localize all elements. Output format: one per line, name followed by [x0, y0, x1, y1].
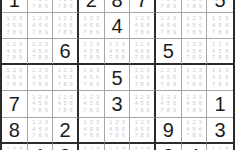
candidate-marks: 123456789 [130, 118, 154, 142]
candidate-digit: 7 [7, 30, 10, 36]
candidate-digit: 6 [96, 101, 99, 107]
candidate-digit: 9 [70, 82, 73, 88]
cell-r7c3-given: 3 [53, 144, 79, 150]
candidate-marks: 123456789 [207, 144, 233, 150]
candidate-digit: 3 [225, 42, 228, 48]
candidate-digit: 3 [147, 147, 150, 150]
cell-r6c5-empty: 123456789 [105, 118, 131, 144]
candidate-digit: 6 [45, 101, 48, 107]
sudoku-screenshot: 1123456789123456789287123456789123456789… [0, 0, 235, 150]
cell-r2c8-empty: 123456789 [182, 13, 208, 39]
candidate-digit: 4 [58, 0, 61, 2]
candidate-digit: 7 [32, 4, 35, 10]
cell-r5c4-empty: 123456789 [79, 91, 105, 117]
candidate-digit: 8 [38, 55, 41, 61]
candidate-digit: 4 [7, 23, 10, 29]
candidate-digit: 8 [192, 82, 195, 88]
candidate-digit: 7 [161, 4, 164, 10]
cell-r4c4-empty: 123456789 [79, 65, 105, 91]
cell-r4c5-given: 5 [105, 65, 131, 91]
candidate-marks: 123456789 [28, 13, 53, 38]
candidate-digit: 7 [186, 30, 189, 36]
cell-r5c8-empty: 123456789 [182, 91, 208, 117]
candidate-digit: 2 [64, 68, 67, 74]
candidate-digit: 8 [141, 108, 144, 114]
cell-r2c6-empty: 123456789 [130, 13, 156, 39]
cell-r6c3-given: 2 [53, 118, 79, 144]
candidate-digit: 2 [141, 68, 144, 74]
candidate-digit: 9 [45, 4, 48, 10]
candidate-digit: 1 [161, 16, 164, 22]
candidate-digit: 9 [147, 108, 150, 114]
candidate-digit: 3 [199, 16, 202, 22]
candidate-digit: 8 [90, 133, 93, 139]
candidate-digit: 2 [219, 42, 222, 48]
candidate-digit: 3 [173, 95, 176, 101]
candidate-digit: 6 [147, 101, 150, 107]
candidate-digit: 5 [167, 23, 170, 29]
candidate-marks: 123456789 [130, 13, 154, 38]
candidate-digit: 9 [96, 82, 99, 88]
cell-r6c1-given: 8 [2, 118, 28, 144]
candidate-digit: 3 [45, 42, 48, 48]
candidate-digit: 2 [192, 16, 195, 22]
cell-r4c8-empty: 123456789 [182, 65, 208, 91]
cell-r3c2-empty: 123456789 [28, 39, 54, 65]
candidate-digit: 2 [13, 16, 16, 22]
candidate-digit: 9 [96, 30, 99, 36]
candidate-digit: 4 [58, 23, 61, 29]
candidate-digit: 1 [32, 95, 35, 101]
candidate-digit: 7 [84, 82, 87, 88]
cell-r7c7-given: 8 [156, 144, 182, 150]
candidate-digit: 5 [192, 0, 195, 2]
candidate-digit: 8 [115, 133, 118, 139]
candidate-digit: 7 [135, 82, 138, 88]
candidate-digit: 9 [147, 55, 150, 61]
candidate-marks: 123456789 [105, 118, 130, 142]
candidate-digit: 4 [161, 75, 164, 81]
candidate-digit: 3 [147, 68, 150, 74]
cell-r4c6-empty: 123456789 [130, 65, 156, 91]
cell-r3c8-empty: 123456789 [182, 39, 208, 65]
candidate-digit: 1 [212, 16, 215, 22]
candidate-digit: 1 [84, 16, 87, 22]
candidate-digit: 8 [192, 133, 195, 139]
candidate-digit: 2 [115, 42, 118, 48]
candidate-marks: 123456789 [79, 13, 104, 38]
candidate-digit: 5 [13, 75, 16, 81]
candidate-digit: 4 [135, 101, 138, 107]
candidate-digit: 7 [32, 30, 35, 36]
candidate-digit: 5 [64, 23, 67, 29]
cell-r4c1-empty: 123456789 [2, 65, 28, 91]
candidate-digit: 2 [167, 16, 170, 22]
cell-r3c1-empty: 123456789 [2, 39, 28, 65]
candidate-digit: 3 [96, 147, 99, 150]
candidate-marks: 123456789 [182, 118, 207, 142]
candidate-marks: 123456789 [28, 39, 53, 63]
candidate-digit: 3 [96, 16, 99, 22]
candidate-marks: 123456789 [28, 118, 53, 142]
candidate-digit: 1 [212, 147, 215, 150]
candidate-digit: 5 [219, 23, 222, 29]
candidate-digit: 6 [45, 23, 48, 29]
candidate-digit: 4 [32, 0, 35, 2]
candidate-digit: 1 [84, 95, 87, 101]
candidate-digit: 7 [32, 108, 35, 114]
candidate-digit: 8 [141, 82, 144, 88]
cell-r2c5-given: 4 [105, 13, 131, 39]
candidate-digit: 7 [58, 30, 61, 36]
candidate-marks: 123456789 [28, 0, 53, 12]
cell-r7c9-empty: 123456789 [207, 144, 233, 150]
candidate-marks: 123456789 [79, 118, 104, 142]
candidate-digit: 7 [212, 82, 215, 88]
candidate-digit: 1 [135, 68, 138, 74]
cell-r6c4-empty: 123456789 [79, 118, 105, 144]
cell-r3c7-given: 5 [156, 39, 182, 65]
candidate-marks: 123456789 [53, 0, 77, 12]
cell-r5c5-given: 3 [105, 91, 131, 117]
candidate-digit: 8 [13, 82, 16, 88]
candidate-digit: 8 [38, 82, 41, 88]
candidate-marks: 123456789 [182, 91, 207, 116]
candidate-digit: 6 [225, 23, 228, 29]
candidate-digit: 1 [135, 42, 138, 48]
candidate-digit: 9 [45, 30, 48, 36]
candidate-digit: 1 [84, 68, 87, 74]
candidate-digit: 8 [38, 30, 41, 36]
candidate-marks: 123456789 [2, 13, 27, 38]
candidate-digit: 2 [167, 95, 170, 101]
candidate-digit: 7 [161, 30, 164, 36]
candidate-digit: 6 [173, 0, 176, 2]
candidate-marks: 123456789 [79, 39, 104, 63]
candidate-digit: 9 [45, 108, 48, 114]
candidate-digit: 7 [7, 55, 10, 61]
candidate-digit: 8 [13, 55, 16, 61]
candidate-digit: 6 [199, 0, 202, 2]
candidate-digit: 7 [135, 108, 138, 114]
cell-r2c7-empty: 123456789 [156, 13, 182, 39]
cell-r5c1-given: 7 [2, 91, 28, 117]
cell-r6c9-given: 3 [207, 118, 233, 144]
candidate-digit: 8 [219, 30, 222, 36]
candidate-digit: 2 [115, 147, 118, 150]
candidate-digit: 8 [192, 30, 195, 36]
candidate-digit: 5 [192, 101, 195, 107]
candidate-digit: 2 [38, 95, 41, 101]
cell-r2c3-empty: 123456789 [53, 13, 79, 39]
candidate-digit: 7 [186, 82, 189, 88]
cell-r5c2-empty: 123456789 [28, 91, 54, 117]
candidate-digit: 1 [186, 68, 189, 74]
cell-r3c3-given: 6 [53, 39, 79, 65]
candidate-digit: 7 [186, 4, 189, 10]
candidate-digit: 8 [90, 108, 93, 114]
candidate-digit: 1 [161, 68, 164, 74]
candidate-digit: 6 [199, 23, 202, 29]
candidate-digit: 2 [219, 68, 222, 74]
candidate-digit: 9 [199, 55, 202, 61]
candidate-marks: 123456789 [53, 65, 77, 90]
candidate-marks: 123456789 [28, 65, 53, 90]
candidate-digit: 2 [90, 42, 93, 48]
candidate-digit: 6 [19, 23, 22, 29]
candidate-digit: 9 [19, 82, 22, 88]
candidate-digit: 2 [90, 95, 93, 101]
candidate-digit: 5 [13, 23, 16, 29]
candidate-digit: 6 [70, 23, 73, 29]
candidate-digit: 3 [45, 95, 48, 101]
candidate-digit: 9 [96, 108, 99, 114]
candidate-digit: 8 [38, 133, 41, 139]
candidate-marks: 123456789 [207, 65, 233, 90]
candidate-digit: 3 [45, 16, 48, 22]
candidate-digit: 7 [84, 108, 87, 114]
candidate-digit: 2 [192, 68, 195, 74]
candidate-digit: 7 [58, 82, 61, 88]
candidate-digit: 7 [212, 55, 215, 61]
candidate-digit: 8 [167, 30, 170, 36]
candidate-digit: 9 [199, 108, 202, 114]
candidate-digit: 5 [38, 75, 41, 81]
candidate-digit: 9 [122, 133, 125, 139]
cell-r2c1-empty: 123456789 [2, 13, 28, 39]
candidate-digit: 1 [7, 42, 10, 48]
candidate-digit: 9 [199, 4, 202, 10]
candidate-digit: 5 [167, 101, 170, 107]
candidate-digit: 9 [173, 108, 176, 114]
candidate-digit: 9 [96, 133, 99, 139]
candidate-digit: 5 [38, 23, 41, 29]
cell-r4c7-empty: 123456789 [156, 65, 182, 91]
candidate-digit: 7 [84, 55, 87, 61]
candidate-marks: 123456789 [156, 13, 181, 38]
candidate-digit: 3 [225, 147, 228, 150]
candidate-digit: 1 [161, 95, 164, 101]
candidate-digit: 8 [115, 55, 118, 61]
candidate-digit: 9 [122, 55, 125, 61]
cell-r1c6-given: 7 [130, 0, 156, 13]
candidate-digit: 6 [147, 75, 150, 81]
cell-r3c5-empty: 123456789 [105, 39, 131, 65]
candidate-digit: 5 [38, 0, 41, 2]
candidate-digit: 3 [173, 16, 176, 22]
cell-r3c6-empty: 123456789 [130, 39, 156, 65]
cell-r1c8-empty: 123456789 [182, 0, 208, 13]
cell-r7c8-given: 4 [182, 144, 208, 150]
candidate-marks: 123456789 [2, 39, 27, 63]
candidate-digit: 1 [135, 147, 138, 150]
candidate-digit: 1 [186, 42, 189, 48]
candidate-digit: 6 [199, 101, 202, 107]
candidate-digit: 8 [64, 4, 67, 10]
cell-r1c9-given: 5 [207, 0, 233, 13]
candidate-marks: 123456789 [105, 144, 130, 150]
candidate-digit: 3 [225, 16, 228, 22]
candidate-digit: 4 [84, 75, 87, 81]
candidate-digit: 6 [96, 23, 99, 29]
cell-r4c3-empty: 123456789 [53, 65, 79, 91]
candidate-digit: 7 [84, 30, 87, 36]
candidate-digit: 3 [19, 147, 22, 150]
candidate-digit: 2 [141, 42, 144, 48]
candidate-digit: 7 [186, 133, 189, 139]
candidate-digit: 4 [161, 0, 164, 2]
candidate-marks: 123456789 [2, 65, 27, 90]
candidate-digit: 5 [219, 75, 222, 81]
cell-r2c9-empty: 123456789 [207, 13, 233, 39]
candidate-digit: 3 [19, 68, 22, 74]
candidate-digit: 3 [199, 95, 202, 101]
candidate-digit: 9 [173, 30, 176, 36]
cell-r6c6-empty: 123456789 [130, 118, 156, 144]
candidate-digit: 4 [186, 101, 189, 107]
candidate-digit: 2 [219, 147, 222, 150]
candidate-digit: 2 [141, 95, 144, 101]
candidate-digit: 8 [219, 55, 222, 61]
candidate-digit: 3 [45, 68, 48, 74]
candidate-marks: 123456789 [28, 91, 53, 116]
candidate-digit: 2 [219, 16, 222, 22]
candidate-digit: 3 [96, 95, 99, 101]
candidate-digit: 1 [212, 42, 215, 48]
candidate-digit: 4 [84, 23, 87, 29]
candidate-digit: 5 [167, 75, 170, 81]
cell-r6c7-given: 9 [156, 118, 182, 144]
candidate-digit: 8 [192, 108, 195, 114]
candidate-digit: 9 [19, 55, 22, 61]
candidate-digit: 8 [38, 108, 41, 114]
candidate-digit: 3 [199, 42, 202, 48]
candidate-digit: 2 [13, 68, 16, 74]
candidate-digit: 6 [70, 0, 73, 2]
candidate-digit: 9 [70, 4, 73, 10]
candidate-digit: 8 [192, 4, 195, 10]
candidate-digit: 3 [199, 68, 202, 74]
candidate-digit: 3 [147, 95, 150, 101]
candidate-digit: 6 [173, 101, 176, 107]
candidate-digit: 8 [167, 82, 170, 88]
candidate-digit: 2 [192, 42, 195, 48]
candidate-digit: 8 [167, 4, 170, 10]
candidate-digit: 7 [186, 108, 189, 114]
candidate-digit: 8 [38, 4, 41, 10]
candidate-digit: 2 [38, 16, 41, 22]
cell-r7c2-given: 1 [28, 144, 54, 150]
candidate-marks: 123456789 [182, 13, 207, 38]
candidate-digit: 3 [147, 42, 150, 48]
candidate-digit: 7 [32, 82, 35, 88]
candidate-marks: 123456789 [130, 39, 154, 63]
candidate-digit: 1 [58, 16, 61, 22]
candidate-digit: 9 [96, 55, 99, 61]
candidate-digit: 7 [32, 133, 35, 139]
candidate-marks: 123456789 [156, 65, 181, 90]
candidate-digit: 2 [141, 147, 144, 150]
candidate-digit: 1 [212, 68, 215, 74]
candidate-digit: 7 [109, 133, 112, 139]
candidate-marks: 123456789 [79, 65, 104, 90]
candidate-digit: 9 [70, 108, 73, 114]
candidate-marks: 123456789 [207, 39, 233, 63]
candidate-digit: 8 [64, 82, 67, 88]
candidate-marks: 123456789 [130, 65, 154, 90]
candidate-digit: 3 [122, 147, 125, 150]
candidate-digit: 3 [96, 42, 99, 48]
candidate-marks: 123456789 [2, 144, 27, 150]
candidate-digit: 9 [199, 82, 202, 88]
cell-r5c7-empty: 123456789 [156, 91, 182, 117]
candidate-marks: 123456789 [182, 65, 207, 90]
candidate-marks: 123456789 [130, 144, 154, 150]
candidate-digit: 1 [186, 16, 189, 22]
candidate-digit: 6 [225, 75, 228, 81]
candidate-digit: 4 [32, 75, 35, 81]
cell-r1c7-empty: 123456789 [156, 0, 182, 13]
candidate-digit: 9 [147, 30, 150, 36]
candidate-marks: 123456789 [182, 39, 207, 63]
candidate-digit: 3 [147, 16, 150, 22]
candidate-digit: 7 [212, 30, 215, 36]
candidate-digit: 5 [192, 75, 195, 81]
candidate-digit: 2 [141, 16, 144, 22]
candidate-digit: 1 [135, 95, 138, 101]
candidate-digit: 8 [167, 108, 170, 114]
candidate-digit: 2 [192, 95, 195, 101]
candidate-digit: 1 [32, 16, 35, 22]
candidate-digit: 1 [84, 42, 87, 48]
candidate-digit: 5 [64, 0, 67, 2]
candidate-digit: 3 [173, 68, 176, 74]
candidate-marks: 123456789 [79, 144, 104, 150]
candidate-digit: 3 [19, 42, 22, 48]
cell-r1c4-given: 2 [79, 0, 105, 13]
candidate-digit: 5 [192, 23, 195, 29]
candidate-digit: 9 [199, 133, 202, 139]
candidate-digit: 8 [90, 30, 93, 36]
cell-r4c9-empty: 123456789 [207, 65, 233, 91]
candidate-digit: 3 [96, 68, 99, 74]
candidate-digit: 6 [19, 75, 22, 81]
candidate-digit: 6 [70, 75, 73, 81]
candidate-digit: 2 [13, 42, 16, 48]
candidate-digit: 2 [90, 68, 93, 74]
candidate-digit: 8 [192, 55, 195, 61]
candidate-digit: 5 [38, 101, 41, 107]
candidate-digit: 4 [58, 101, 61, 107]
cell-r1c5-given: 8 [105, 0, 131, 13]
candidate-digit: 3 [70, 16, 73, 22]
candidate-digit: 4 [7, 75, 10, 81]
candidate-digit: 9 [45, 55, 48, 61]
candidate-digit: 4 [135, 75, 138, 81]
candidate-digit: 1 [58, 95, 61, 101]
candidate-digit: 1 [7, 147, 10, 150]
candidate-digit: 6 [199, 75, 202, 81]
cell-r1c3-empty: 123456789 [53, 0, 79, 13]
candidate-digit: 5 [141, 75, 144, 81]
candidate-digit: 1 [32, 42, 35, 48]
candidate-marks: 123456789 [105, 39, 130, 63]
candidate-digit: 3 [70, 95, 73, 101]
candidate-digit: 2 [13, 147, 16, 150]
candidate-digit: 9 [19, 30, 22, 36]
candidate-digit: 8 [64, 108, 67, 114]
candidate-digit: 1 [84, 147, 87, 150]
